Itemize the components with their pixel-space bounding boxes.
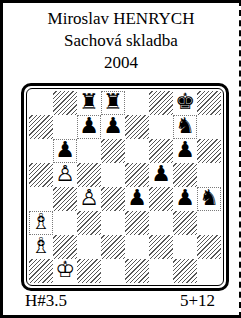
- black-pawn-icon: ♟: [127, 187, 147, 210]
- white-pawn-icon: ♙: [79, 187, 99, 210]
- square-d4: [101, 187, 125, 211]
- square-b5: ♙: [53, 163, 77, 187]
- square-c5: [77, 163, 101, 187]
- square-f7: [149, 115, 173, 139]
- black-king-icon: ♚: [175, 91, 195, 114]
- chess-board: ♜♜♚♟♟♞♟♟♙♟♙♟♟♞♗♗♔: [29, 91, 221, 283]
- square-f6: [149, 139, 173, 163]
- black-rook-icon: ♜: [79, 91, 99, 114]
- square-g2: [173, 235, 197, 259]
- square-d6: [101, 139, 125, 163]
- square-c4: ♙: [77, 187, 101, 211]
- square-b6: ♟: [53, 139, 77, 163]
- square-f1: [149, 259, 173, 283]
- square-h5: [197, 163, 221, 187]
- square-d2: [101, 235, 125, 259]
- material-count-label: 5+12: [180, 291, 215, 311]
- square-h1: [197, 259, 221, 283]
- square-c1: [77, 259, 101, 283]
- square-b3: [53, 211, 77, 235]
- white-king-icon: ♔: [55, 259, 75, 282]
- caption-row: H#3.5 5+12: [3, 291, 239, 311]
- square-a5: [29, 163, 53, 187]
- square-g4: ♟: [173, 187, 197, 211]
- black-knight-icon: ♞: [175, 115, 195, 138]
- stipulation-label: H#3.5: [25, 291, 67, 311]
- square-e3: [125, 211, 149, 235]
- square-g7: ♞: [173, 115, 197, 139]
- square-h2: [197, 235, 221, 259]
- square-a3: ♗: [29, 211, 53, 235]
- square-h3: [197, 211, 221, 235]
- square-e4: ♟: [125, 187, 149, 211]
- square-h8: [197, 91, 221, 115]
- square-e6: [125, 139, 149, 163]
- square-c2: [77, 235, 101, 259]
- board-outer-frame: ♜♜♚♟♟♞♟♟♙♟♙♟♟♞♗♗♔: [21, 83, 229, 291]
- square-f4: [149, 187, 173, 211]
- square-b4: [53, 187, 77, 211]
- black-pawn-icon: ♟: [175, 187, 195, 210]
- square-e7: [125, 115, 149, 139]
- square-a6: [29, 139, 53, 163]
- square-h4: ♞: [197, 187, 221, 211]
- square-f2: [149, 235, 173, 259]
- board-inner-frame: ♜♜♚♟♟♞♟♟♙♟♙♟♟♞♗♗♔: [26, 88, 224, 286]
- author-name: Miroslav HENRYCH: [3, 8, 239, 30]
- square-e1: [125, 259, 149, 283]
- square-d1: [101, 259, 125, 283]
- square-d8: ♜: [101, 91, 125, 115]
- white-bishop-icon: ♗: [31, 235, 51, 258]
- problem-card: Miroslav HENRYCH Sachová skladba 2004 ♜♜…: [0, 0, 241, 318]
- square-b7: [53, 115, 77, 139]
- square-c7: ♟: [77, 115, 101, 139]
- white-bishop-icon: ♗: [31, 211, 51, 234]
- square-g3: [173, 211, 197, 235]
- square-d3: [101, 211, 125, 235]
- square-e5: [125, 163, 149, 187]
- square-c6: [77, 139, 101, 163]
- square-g1: [173, 259, 197, 283]
- square-b2: [53, 235, 77, 259]
- square-d5: [101, 163, 125, 187]
- square-e8: [125, 91, 149, 115]
- black-pawn-icon: ♟: [79, 115, 99, 138]
- square-g8: ♚: [173, 91, 197, 115]
- square-g6: ♟: [173, 139, 197, 163]
- black-pawn-icon: ♟: [151, 163, 171, 186]
- square-c8: ♜: [77, 91, 101, 115]
- square-a4: [29, 187, 53, 211]
- square-h6: [197, 139, 221, 163]
- square-b8: [53, 91, 77, 115]
- black-pawn-icon: ♟: [103, 115, 123, 138]
- square-g5: [173, 163, 197, 187]
- black-pawn-icon: ♟: [55, 139, 75, 162]
- black-rook-icon: ♜: [103, 91, 123, 114]
- square-a7: [29, 115, 53, 139]
- black-pawn-icon: ♟: [175, 139, 195, 162]
- white-pawn-icon: ♙: [55, 163, 75, 186]
- square-a1: [29, 259, 53, 283]
- problem-header: Miroslav HENRYCH Sachová skladba 2004: [3, 8, 239, 74]
- square-d7: ♟: [101, 115, 125, 139]
- square-c3: [77, 211, 101, 235]
- square-b1: ♔: [53, 259, 77, 283]
- square-h7: [197, 115, 221, 139]
- square-f3: [149, 211, 173, 235]
- black-knight-icon: ♞: [199, 187, 219, 210]
- square-a2: ♗: [29, 235, 53, 259]
- square-f5: ♟: [149, 163, 173, 187]
- problem-year: 2004: [3, 52, 239, 74]
- square-a8: [29, 91, 53, 115]
- square-e2: [125, 235, 149, 259]
- problem-subtitle: Sachová skladba: [3, 30, 239, 52]
- square-f8: [149, 91, 173, 115]
